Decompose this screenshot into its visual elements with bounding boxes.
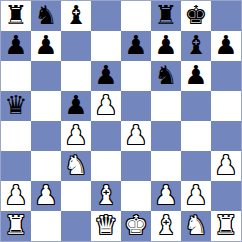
square-a8[interactable]: ♜: [1, 1, 31, 31]
piece-black-rook[interactable]: ♜: [4, 1, 27, 30]
square-e1[interactable]: ♚: [121, 211, 151, 241]
piece-black-pawn[interactable]: ♟: [214, 31, 237, 60]
square-e6[interactable]: [121, 61, 151, 91]
square-b5[interactable]: [31, 91, 61, 121]
piece-white-bishop[interactable]: ♝: [94, 181, 117, 210]
piece-black-bishop[interactable]: ♝: [184, 31, 207, 60]
square-d6[interactable]: ♟: [91, 61, 121, 91]
square-h4[interactable]: [211, 121, 241, 151]
piece-black-rook[interactable]: ♜: [154, 1, 177, 30]
square-h1[interactable]: ♜: [211, 211, 241, 241]
square-a7[interactable]: ♟: [1, 31, 31, 61]
square-g6[interactable]: ♟: [181, 61, 211, 91]
square-c3[interactable]: ♞: [61, 151, 91, 181]
piece-black-pawn[interactable]: ♟: [34, 31, 57, 60]
square-c8[interactable]: ♝: [61, 1, 91, 31]
square-d7[interactable]: [91, 31, 121, 61]
piece-black-knight[interactable]: ♞: [154, 61, 177, 90]
square-c7[interactable]: [61, 31, 91, 61]
square-a5[interactable]: ♛: [1, 91, 31, 121]
piece-white-knight[interactable]: ♞: [184, 211, 207, 240]
piece-black-pawn[interactable]: ♟: [64, 91, 87, 120]
piece-black-queen[interactable]: ♛: [4, 91, 27, 120]
piece-white-pawn[interactable]: ♟: [64, 121, 87, 150]
square-h5[interactable]: [211, 91, 241, 121]
square-f8[interactable]: ♜: [151, 1, 181, 31]
square-a6[interactable]: [1, 61, 31, 91]
square-b4[interactable]: [31, 121, 61, 151]
piece-white-bishop[interactable]: ♝: [154, 211, 177, 240]
piece-black-pawn[interactable]: ♟: [4, 31, 27, 60]
square-f1[interactable]: ♝: [151, 211, 181, 241]
square-f3[interactable]: [151, 151, 181, 181]
piece-white-pawn[interactable]: ♟: [4, 181, 27, 210]
piece-white-king[interactable]: ♚: [124, 211, 147, 240]
square-a2[interactable]: ♟: [1, 181, 31, 211]
piece-black-pawn[interactable]: ♟: [184, 61, 207, 90]
square-e8[interactable]: [121, 1, 151, 31]
square-g2[interactable]: ♟: [181, 181, 211, 211]
square-h2[interactable]: [211, 181, 241, 211]
piece-white-queen[interactable]: ♛: [94, 211, 117, 240]
piece-white-pawn[interactable]: ♟: [124, 121, 147, 150]
square-h8[interactable]: [211, 1, 241, 31]
square-e5[interactable]: [121, 91, 151, 121]
piece-black-bishop[interactable]: ♝: [64, 1, 87, 30]
piece-black-pawn[interactable]: ♟: [154, 31, 177, 60]
square-e3[interactable]: [121, 151, 151, 181]
square-c4[interactable]: ♟: [61, 121, 91, 151]
square-b6[interactable]: [31, 61, 61, 91]
square-d1[interactable]: ♛: [91, 211, 121, 241]
square-d3[interactable]: [91, 151, 121, 181]
square-e7[interactable]: ♟: [121, 31, 151, 61]
piece-white-pawn[interactable]: ♟: [94, 91, 117, 120]
square-f7[interactable]: ♟: [151, 31, 181, 61]
square-f5[interactable]: [151, 91, 181, 121]
square-c5[interactable]: ♟: [61, 91, 91, 121]
piece-white-rook[interactable]: ♜: [4, 211, 27, 240]
square-g5[interactable]: [181, 91, 211, 121]
square-d5[interactable]: ♟: [91, 91, 121, 121]
square-c1[interactable]: [61, 211, 91, 241]
square-a4[interactable]: [1, 121, 31, 151]
square-e2[interactable]: [121, 181, 151, 211]
piece-white-rook[interactable]: ♜: [214, 211, 237, 240]
chess-board: ♜♞♝♜♚♟♟♟♟♝♟♟♞♟♛♟♟♟♟♞♟♟♟♝♟♟♜♛♚♝♞♜: [0, 0, 242, 242]
square-e4[interactable]: ♟: [121, 121, 151, 151]
piece-black-knight[interactable]: ♞: [34, 1, 57, 30]
piece-white-pawn[interactable]: ♟: [214, 151, 237, 180]
square-g3[interactable]: [181, 151, 211, 181]
piece-white-pawn[interactable]: ♟: [34, 181, 57, 210]
square-g8[interactable]: ♚: [181, 1, 211, 31]
piece-white-pawn[interactable]: ♟: [184, 181, 207, 210]
square-g1[interactable]: ♞: [181, 211, 211, 241]
square-f4[interactable]: [151, 121, 181, 151]
square-b3[interactable]: [31, 151, 61, 181]
square-b7[interactable]: ♟: [31, 31, 61, 61]
square-h7[interactable]: ♟: [211, 31, 241, 61]
piece-black-pawn[interactable]: ♟: [124, 31, 147, 60]
square-b8[interactable]: ♞: [31, 1, 61, 31]
square-a3[interactable]: [1, 151, 31, 181]
square-g7[interactable]: ♝: [181, 31, 211, 61]
square-h6[interactable]: [211, 61, 241, 91]
square-a1[interactable]: ♜: [1, 211, 31, 241]
square-d2[interactable]: ♝: [91, 181, 121, 211]
square-f2[interactable]: ♟: [151, 181, 181, 211]
square-b1[interactable]: [31, 211, 61, 241]
piece-black-king[interactable]: ♚: [184, 1, 207, 30]
square-c2[interactable]: [61, 181, 91, 211]
square-b2[interactable]: ♟: [31, 181, 61, 211]
square-f6[interactable]: ♞: [151, 61, 181, 91]
square-h3[interactable]: ♟: [211, 151, 241, 181]
piece-black-pawn[interactable]: ♟: [94, 61, 117, 90]
square-d4[interactable]: [91, 121, 121, 151]
square-c6[interactable]: [61, 61, 91, 91]
square-g4[interactable]: [181, 121, 211, 151]
piece-white-pawn[interactable]: ♟: [154, 181, 177, 210]
piece-white-knight[interactable]: ♞: [64, 151, 87, 180]
square-d8[interactable]: [91, 1, 121, 31]
